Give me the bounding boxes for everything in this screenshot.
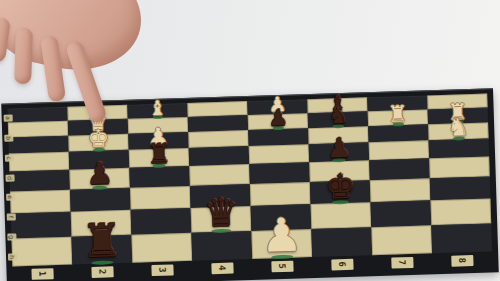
- square-f7[interactable]: [370, 178, 431, 202]
- piece-black-queen-g4[interactable]: ♛: [203, 192, 239, 232]
- square-e1[interactable]: [9, 170, 70, 192]
- rank-label-1: 1: [12, 265, 72, 281]
- square-d8[interactable]: [429, 138, 490, 158]
- ring-finger: [14, 28, 33, 85]
- square-f5[interactable]: [250, 182, 311, 206]
- square-c7[interactable]: [368, 124, 428, 142]
- piece-white-bishop-a3[interactable]: ♝: [148, 98, 167, 119]
- square-e4[interactable]: [189, 164, 250, 186]
- piece-white-king-c2[interactable]: ♚: [87, 126, 109, 151]
- file-label-e: e: [6, 194, 15, 201]
- file-label-c: c: [5, 154, 14, 161]
- piece-black-king-f6[interactable]: ♚: [324, 169, 356, 204]
- piece-white-knight-c8[interactable]: ♞: [447, 115, 469, 140]
- square-e8[interactable]: [429, 156, 490, 178]
- square-e5[interactable]: [249, 162, 310, 184]
- rank-label-3: 3: [132, 261, 192, 279]
- piece-white-rook-b7[interactable]: ♜: [388, 103, 408, 126]
- rank-label-8: 8: [432, 251, 492, 269]
- square-f1[interactable]: [10, 190, 71, 214]
- square-h4[interactable]: [191, 231, 252, 261]
- file-label-d: d: [5, 174, 14, 181]
- file-label-a: a: [4, 115, 13, 122]
- square-e3[interactable]: [129, 166, 190, 188]
- square-h7[interactable]: [371, 225, 432, 255]
- piece-black-pawn-d6[interactable]: ♟: [326, 134, 351, 162]
- piece-black-rook-d3[interactable]: ♜: [146, 139, 171, 167]
- square-f3[interactable]: [130, 186, 191, 210]
- file-label-f: f: [7, 213, 16, 220]
- square-c1[interactable]: [8, 136, 68, 154]
- square-g6[interactable]: [311, 202, 372, 229]
- piece-black-pawn-e2[interactable]: ♟: [86, 158, 114, 189]
- square-c5[interactable]: [248, 128, 308, 146]
- rank-label-7: 7: [372, 253, 432, 271]
- square-g3[interactable]: [131, 208, 192, 235]
- square-d1[interactable]: [9, 152, 70, 172]
- square-h1[interactable]: [11, 237, 72, 267]
- piece-black-knight-b6[interactable]: ♞: [328, 105, 348, 128]
- rank-label-4: 4: [192, 259, 252, 277]
- file-label-g: g: [7, 233, 16, 240]
- square-c4[interactable]: [188, 130, 248, 148]
- hand-palm: [0, 0, 152, 83]
- square-d7[interactable]: [369, 140, 430, 160]
- square-e7[interactable]: [369, 158, 430, 180]
- pinky-finger: [0, 17, 11, 63]
- square-f2[interactable]: [70, 188, 131, 212]
- chess-board-frame: abcdefgh 12345678 ♚♛♟♝♟♟♜♞♜♟♜♜♛♟♚♟♞♝: [1, 88, 499, 281]
- rank-label-6: 6: [312, 255, 372, 273]
- piece-black-rook-h2[interactable]: ♜: [80, 217, 123, 264]
- square-h3[interactable]: [131, 233, 192, 263]
- file-label-h: h: [8, 253, 17, 260]
- middle-finger: [40, 35, 66, 103]
- square-f8[interactable]: [430, 176, 491, 200]
- square-h8[interactable]: [431, 223, 492, 253]
- square-d4[interactable]: [189, 146, 250, 166]
- square-g1[interactable]: [11, 212, 72, 239]
- square-d5[interactable]: [249, 144, 310, 164]
- scene: { "game": "chess", "scene": { "descripti…: [0, 0, 500, 281]
- square-h6[interactable]: [311, 227, 372, 257]
- square-g7[interactable]: [371, 200, 432, 227]
- piece-black-pawn-b5[interactable]: ♟: [268, 107, 288, 130]
- file-label-b: b: [4, 135, 13, 142]
- piece-white-pawn-h5[interactable]: ♟: [260, 211, 303, 258]
- square-g8[interactable]: [430, 198, 491, 225]
